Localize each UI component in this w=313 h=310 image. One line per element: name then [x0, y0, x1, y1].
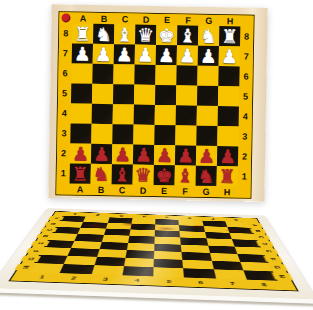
square-d7[interactable]: ♟	[135, 45, 156, 65]
square-d4[interactable]	[134, 105, 155, 125]
corner-bottom-left	[56, 183, 69, 194]
square-g4[interactable]	[197, 106, 218, 126]
rank-label-left-5: 5	[58, 83, 71, 103]
red-king-e1[interactable]: ♚	[156, 165, 173, 185]
rank-label-right-2: 2	[238, 146, 251, 166]
flat-right-letter-f: F	[263, 255, 283, 262]
square-g3[interactable]	[196, 126, 217, 146]
square-c2[interactable]: ♟	[112, 144, 133, 164]
white-bishop-c8[interactable]: ♝	[116, 24, 133, 44]
flat-far-number-1: 1	[63, 212, 88, 217]
flat-far-number-7: 7	[201, 217, 225, 222]
flat-far-number-8: 8	[224, 217, 249, 222]
square-h1[interactable]: ♜	[217, 166, 238, 186]
square-c5[interactable]	[113, 84, 134, 104]
rank-label-left-7: 7	[59, 43, 72, 63]
white-knight-g8[interactable]: ♞	[200, 26, 217, 46]
white-queen-d8[interactable]: ♛	[137, 25, 154, 45]
flat-left-letter-c: C	[40, 227, 58, 232]
white-rook-h8[interactable]: ♜	[221, 26, 238, 46]
flat-right-letter-c: C	[253, 235, 270, 240]
corner-top-right	[240, 15, 253, 26]
square-e8[interactable]: ♚	[156, 25, 177, 45]
white-rook-a8[interactable]: ♜	[74, 24, 91, 44]
file-label-bottom-h: H	[216, 186, 237, 197]
flat-left-letter-a: A	[48, 216, 64, 220]
white-bishop-f8[interactable]: ♝	[179, 25, 196, 45]
file-label-bottom-f: F	[174, 185, 195, 196]
square-h6[interactable]	[218, 66, 239, 86]
red-rook-a1[interactable]: ♜	[72, 164, 89, 184]
red-pawn-f2[interactable]: ♟	[177, 145, 194, 165]
rank-label-left-8: 8	[59, 23, 72, 43]
folding-board: 12345678AABBCCDDEEFFGGHH12345678	[8, 211, 298, 291]
square-g2[interactable]: ♟	[196, 146, 217, 166]
flat-far-number-4: 4	[132, 214, 155, 219]
square-a4[interactable]	[71, 103, 92, 123]
flat-near-number-2: 2	[56, 273, 91, 283]
flat-right-letter-e: E	[259, 248, 278, 254]
square-d6[interactable]	[134, 65, 155, 85]
flat-left-letter-h: H	[14, 264, 36, 271]
file-label-bottom-g: G	[195, 186, 216, 197]
square-e2[interactable]: ♟	[154, 145, 175, 165]
white-pawn-a7[interactable]: ♟	[74, 44, 91, 64]
rank-label-right-1: 1	[238, 166, 251, 186]
square-f7[interactable]: ♟	[177, 45, 198, 65]
flat-near-number-1: 1	[23, 272, 59, 282]
square-e5[interactable]	[155, 85, 176, 105]
corner-bottom-right	[237, 186, 250, 197]
square-h7[interactable]: ♟	[219, 46, 240, 66]
demonstration-board: ABCDEFGH8♜♞♝♛♚♝♞♜87♟♟♟♟♟♟♟♟7665544332♟♟♟…	[55, 11, 254, 198]
file-label-bottom-a: A	[69, 183, 90, 194]
red-pawn-d2[interactable]: ♟	[135, 145, 152, 165]
flat-far-number-2: 2	[86, 213, 110, 218]
red-rook-h1[interactable]: ♜	[219, 166, 236, 186]
flat-far-number-3: 3	[109, 213, 133, 218]
square-d5[interactable]	[134, 85, 155, 105]
rank-label-left-4: 4	[58, 103, 71, 123]
square-a1[interactable]: ♜	[70, 163, 91, 183]
folding-board-frame: 12345678AABBCCDDEEFFGGHH12345678	[0, 208, 313, 304]
red-queen-d1[interactable]: ♛	[135, 165, 152, 185]
square-h8[interactable]: ♜	[219, 26, 240, 46]
file-label-bottom-e: E	[153, 185, 174, 196]
square-c8[interactable]: ♝	[114, 24, 135, 44]
flat-right-letter-h: H	[271, 272, 293, 280]
square-e7[interactable]: ♟	[156, 45, 177, 65]
flat-near-number-3: 3	[88, 274, 122, 284]
flat-right-letter-b: B	[250, 229, 267, 234]
red-knight-g1[interactable]: ♞	[198, 166, 215, 186]
flat-left-letter-b: B	[44, 222, 61, 226]
square-f2[interactable]: ♟	[175, 145, 196, 165]
square-g6[interactable]	[197, 66, 218, 86]
square-h5[interactable]	[218, 86, 239, 106]
red-pawn-e2[interactable]: ♟	[156, 145, 173, 165]
rank-label-right-3: 3	[238, 126, 251, 146]
white-pawn-h7[interactable]: ♟	[221, 46, 238, 66]
square-c4[interactable]	[113, 104, 134, 124]
square-b8[interactable]: ♞	[93, 24, 114, 44]
flat-left-letter-f: F	[26, 248, 46, 254]
square-c6[interactable]	[113, 64, 134, 84]
flat-near-number-7: 7	[215, 279, 250, 289]
square-e6[interactable]	[155, 65, 176, 85]
flat-left-letter-e: E	[31, 240, 50, 245]
square-f6[interactable]	[176, 65, 197, 85]
square-h2[interactable]: ♟	[217, 146, 238, 166]
rank-label-right-5: 5	[239, 86, 252, 106]
rank-label-left-3: 3	[57, 123, 70, 143]
square-g5[interactable]	[197, 86, 218, 106]
file-label-bottom-d: D	[132, 185, 153, 196]
square-c1[interactable]: ♝	[112, 164, 133, 184]
square-d3[interactable]	[133, 125, 154, 145]
red-pawn-h2[interactable]: ♟	[219, 146, 236, 166]
white-pawn-g7[interactable]: ♟	[200, 46, 217, 66]
red-pawn-a2[interactable]: ♟	[72, 144, 89, 164]
square-g7[interactable]: ♟	[198, 46, 219, 66]
square-d2[interactable]: ♟	[133, 145, 154, 165]
square-e3[interactable]	[154, 125, 175, 145]
square-b4[interactable]	[92, 104, 113, 124]
square-c7[interactable]: ♟	[114, 44, 135, 64]
square-a6[interactable]	[71, 63, 92, 83]
square-e1[interactable]: ♚	[154, 165, 175, 185]
white-pawn-e7[interactable]: ♟	[158, 45, 175, 65]
white-pawn-b7[interactable]: ♟	[95, 44, 112, 64]
square-e4[interactable]	[155, 105, 176, 125]
flat-near-number-4: 4	[121, 275, 154, 285]
square-d8[interactable]: ♛	[135, 25, 156, 45]
corner-marker-cell	[59, 12, 72, 23]
white-pawn-f7[interactable]: ♟	[179, 45, 196, 65]
rank-label-right-7: 7	[240, 46, 253, 66]
square-f3[interactable]	[175, 125, 196, 145]
square-h3[interactable]	[217, 126, 238, 146]
square-a8[interactable]: ♜	[72, 23, 93, 43]
file-label-bottom-b: B	[90, 184, 111, 195]
red-pawn-c2[interactable]: ♟	[114, 144, 131, 164]
white-knight-b8[interactable]: ♞	[95, 24, 112, 44]
square-f1[interactable]: ♝	[175, 165, 196, 185]
rank-label-right-8: 8	[240, 26, 253, 46]
white-king-e8[interactable]: ♚	[158, 25, 175, 45]
red-knight-b1[interactable]: ♞	[93, 164, 110, 184]
flat-far-number-6: 6	[178, 216, 202, 221]
flat-near-number-5: 5	[153, 276, 185, 286]
rank-label-right-4: 4	[239, 106, 252, 126]
demonstration-board-frame: ABCDEFGH8♜♞♝♛♚♝♞♜87♟♟♟♟♟♟♟♟7665544332♟♟♟…	[48, 4, 267, 202]
flat-near-number-6: 6	[184, 277, 217, 287]
square-b2[interactable]: ♟	[91, 144, 112, 164]
photo-scene: ABCDEFGH8♜♞♝♛♚♝♞♜87♟♟♟♟♟♟♟♟7665544332♟♟♟…	[0, 0, 313, 310]
flat-right-letter-d: D	[256, 241, 274, 247]
square-f4[interactable]	[176, 105, 197, 125]
white-pawn-d7[interactable]: ♟	[137, 45, 154, 65]
folding-board-wrap: 12345678AABBCCDDEEFFGGHH12345678	[44, 208, 267, 310]
red-bishop-f1[interactable]: ♝	[177, 165, 194, 185]
red-dot-marker	[61, 13, 70, 22]
square-h4[interactable]	[218, 106, 239, 126]
square-f8[interactable]: ♝	[177, 25, 198, 45]
square-a7[interactable]: ♟	[72, 43, 93, 63]
square-b7[interactable]: ♟	[93, 44, 114, 64]
square-f5[interactable]	[176, 85, 197, 105]
square-b1[interactable]: ♞	[91, 164, 112, 184]
flat-far-number-5: 5	[155, 215, 178, 220]
square-g8[interactable]: ♞	[198, 26, 219, 46]
square-b6[interactable]	[92, 64, 113, 84]
red-pawn-g2[interactable]: ♟	[198, 146, 215, 166]
rank-label-left-6: 6	[58, 63, 71, 83]
file-label-bottom-c: C	[111, 184, 132, 195]
square-a3[interactable]	[70, 123, 91, 143]
red-pawn-b2[interactable]: ♟	[93, 144, 110, 164]
rank-label-left-1: 1	[57, 163, 70, 183]
rank-label-right-6: 6	[239, 66, 252, 86]
flat-right-letter-g: G	[267, 264, 288, 271]
red-bishop-c1[interactable]: ♝	[114, 164, 131, 184]
square-g1[interactable]: ♞	[196, 166, 217, 186]
flat-left-letter-d: D	[36, 234, 54, 239]
square-a2[interactable]: ♟	[70, 143, 91, 163]
square-b5[interactable]	[92, 84, 113, 104]
square-b3[interactable]	[91, 124, 112, 144]
square-a5[interactable]	[71, 83, 92, 103]
square-d1[interactable]: ♛	[133, 165, 154, 185]
square-c3[interactable]	[112, 124, 133, 144]
flat-left-letter-g: G	[20, 255, 41, 261]
rank-label-left-2: 2	[57, 143, 70, 163]
white-pawn-c7[interactable]: ♟	[116, 44, 133, 64]
flat-right-letter-a: A	[247, 223, 263, 228]
